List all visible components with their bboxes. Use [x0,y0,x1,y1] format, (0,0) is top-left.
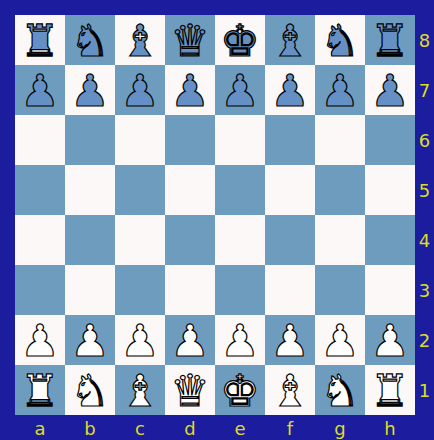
square-d4[interactable] [165,215,215,265]
black-pawn-icon: ♟ [15,66,65,116]
white-knight-icon: ♞ [315,366,365,416]
black-pawn-icon: ♟ [115,66,165,116]
square-f5[interactable] [265,165,315,215]
square-e1[interactable]: ♚ [215,365,265,415]
white-bishop-icon: ♝ [265,366,315,416]
rank-label-2: 2 [415,315,434,365]
square-c5[interactable] [115,165,165,215]
square-a4[interactable] [15,215,65,265]
white-knight-icon: ♞ [65,366,115,416]
square-b2[interactable]: ♟ [65,315,115,365]
file-label-f: f [265,415,315,440]
square-a7[interactable]: ♟ [15,65,65,115]
file-label-e: e [215,415,265,440]
square-d8[interactable]: ♛ [165,15,215,65]
square-f4[interactable] [265,215,315,265]
white-queen-icon: ♛ [165,366,215,416]
rank-label-5: 5 [415,165,434,215]
square-h3[interactable] [365,265,415,315]
black-pawn-icon: ♟ [315,66,365,116]
square-a1[interactable]: ♜ [15,365,65,415]
square-e7[interactable]: ♟ [215,65,265,115]
square-c4[interactable] [115,215,165,265]
square-f8[interactable]: ♝ [265,15,315,65]
file-label-d: d [165,415,215,440]
square-e3[interactable] [215,265,265,315]
black-knight-icon: ♞ [315,16,365,66]
square-a8[interactable]: ♜ [15,15,65,65]
square-c3[interactable] [115,265,165,315]
rank-label-3: 3 [415,265,434,315]
square-g8[interactable]: ♞ [315,15,365,65]
black-king-icon: ♚ [215,16,265,66]
rank-label-4: 4 [415,215,434,265]
black-rook-icon: ♜ [15,16,65,66]
white-pawn-icon: ♟ [115,316,165,366]
white-pawn-icon: ♟ [215,316,265,366]
square-f1[interactable]: ♝ [265,365,315,415]
square-c6[interactable] [115,115,165,165]
square-h5[interactable] [365,165,415,215]
file-label-b: b [65,415,115,440]
square-e2[interactable]: ♟ [215,315,265,365]
square-a3[interactable] [15,265,65,315]
white-pawn-icon: ♟ [15,316,65,366]
square-b4[interactable] [65,215,115,265]
square-f2[interactable]: ♟ [265,315,315,365]
square-b8[interactable]: ♞ [65,15,115,65]
square-g1[interactable]: ♞ [315,365,365,415]
white-rook-icon: ♜ [15,366,65,416]
black-pawn-icon: ♟ [265,66,315,116]
square-a6[interactable] [15,115,65,165]
rank-label-8: 8 [415,15,434,65]
square-h2[interactable]: ♟ [365,315,415,365]
black-bishop-icon: ♝ [265,16,315,66]
white-pawn-icon: ♟ [365,316,415,366]
square-b3[interactable] [65,265,115,315]
black-pawn-icon: ♟ [65,66,115,116]
file-label-h: h [365,415,415,440]
square-d6[interactable] [165,115,215,165]
square-g6[interactable] [315,115,365,165]
square-d5[interactable] [165,165,215,215]
square-c7[interactable]: ♟ [115,65,165,115]
square-h1[interactable]: ♜ [365,365,415,415]
rank-label-7: 7 [415,65,434,115]
square-d3[interactable] [165,265,215,315]
white-rook-icon: ♜ [365,366,415,416]
chess-board: ♜♞♝♛♚♝♞♜♟♟♟♟♟♟♟♟♟♟♟♟♟♟♟♟♜♞♝♛♚♝♞♜ [15,15,415,415]
square-h4[interactable] [365,215,415,265]
square-c2[interactable]: ♟ [115,315,165,365]
white-pawn-icon: ♟ [165,316,215,366]
square-e8[interactable]: ♚ [215,15,265,65]
square-d2[interactable]: ♟ [165,315,215,365]
black-queen-icon: ♛ [165,16,215,66]
black-pawn-icon: ♟ [215,66,265,116]
square-b7[interactable]: ♟ [65,65,115,115]
square-b1[interactable]: ♞ [65,365,115,415]
square-g5[interactable] [315,165,365,215]
square-h7[interactable]: ♟ [365,65,415,115]
square-f6[interactable] [265,115,315,165]
square-c8[interactable]: ♝ [115,15,165,65]
square-f7[interactable]: ♟ [265,65,315,115]
chess-board-window: ♜♞♝♛♚♝♞♜♟♟♟♟♟♟♟♟♟♟♟♟♟♟♟♟♜♞♝♛♚♝♞♜ a b c d… [0,0,434,440]
black-knight-icon: ♞ [65,16,115,66]
rank-labels: 8 7 6 5 4 3 2 1 [415,15,434,415]
file-label-a: a [15,415,65,440]
square-g7[interactable]: ♟ [315,65,365,115]
rank-label-1: 1 [415,365,434,415]
square-g4[interactable] [315,215,365,265]
square-a2[interactable]: ♟ [15,315,65,365]
file-label-g: g [315,415,365,440]
black-pawn-icon: ♟ [365,66,415,116]
square-h6[interactable] [365,115,415,165]
square-h8[interactable]: ♜ [365,15,415,65]
rank-label-6: 6 [415,115,434,165]
white-bishop-icon: ♝ [115,366,165,416]
black-rook-icon: ♜ [365,16,415,66]
square-f3[interactable] [265,265,315,315]
white-pawn-icon: ♟ [265,316,315,366]
square-d7[interactable]: ♟ [165,65,215,115]
square-e4[interactable] [215,215,265,265]
square-e5[interactable] [215,165,265,215]
square-c1[interactable]: ♝ [115,365,165,415]
file-labels: a b c d e f g h [15,415,415,440]
square-g2[interactable]: ♟ [315,315,365,365]
square-g3[interactable] [315,265,365,315]
white-king-icon: ♚ [215,366,265,416]
file-label-c: c [115,415,165,440]
square-e6[interactable] [215,115,265,165]
white-pawn-icon: ♟ [315,316,365,366]
square-a5[interactable] [15,165,65,215]
black-pawn-icon: ♟ [165,66,215,116]
square-b6[interactable] [65,115,115,165]
square-b5[interactable] [65,165,115,215]
square-d1[interactable]: ♛ [165,365,215,415]
white-pawn-icon: ♟ [65,316,115,366]
black-bishop-icon: ♝ [115,16,165,66]
